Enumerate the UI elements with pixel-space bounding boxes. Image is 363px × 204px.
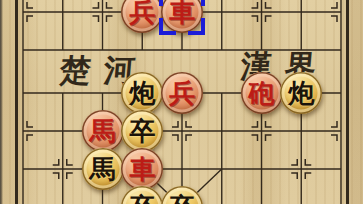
piece-red-chariot[interactable]: 車 bbox=[121, 148, 163, 190]
piece-glyph: 馬 bbox=[90, 118, 116, 144]
piece-glyph: 車 bbox=[169, 0, 195, 25]
piece-glyph: 卒 bbox=[169, 194, 195, 204]
piece-glyph: 兵 bbox=[169, 80, 195, 106]
piece-glyph: 炮 bbox=[129, 80, 155, 106]
piece-glyph: 卒 bbox=[129, 118, 155, 144]
piece-red-cannon[interactable]: 砲 bbox=[241, 72, 283, 114]
piece-glyph: 炮 bbox=[288, 80, 314, 106]
piece-black-soldier[interactable]: 卒 bbox=[121, 110, 163, 152]
piece-glyph: 馬 bbox=[90, 156, 116, 182]
piece-red-soldier[interactable]: 兵 bbox=[161, 72, 203, 114]
piece-glyph: 兵 bbox=[129, 0, 155, 25]
piece-black-cannon[interactable]: 炮 bbox=[121, 72, 163, 114]
piece-black-horse[interactable]: 馬 bbox=[82, 148, 124, 190]
screen-edge-shadow bbox=[0, 0, 3, 204]
piece-red-horse[interactable]: 馬 bbox=[82, 110, 124, 152]
piece-glyph: 卒 bbox=[129, 194, 155, 204]
piece-glyph: 砲 bbox=[249, 80, 275, 106]
piece-glyph: 車 bbox=[129, 156, 155, 182]
piece-black-cannon[interactable]: 炮 bbox=[280, 72, 322, 114]
xiangqi-board: 楚河 漢界 兵車炮兵砲炮馬卒馬車卒卒 bbox=[0, 0, 363, 204]
